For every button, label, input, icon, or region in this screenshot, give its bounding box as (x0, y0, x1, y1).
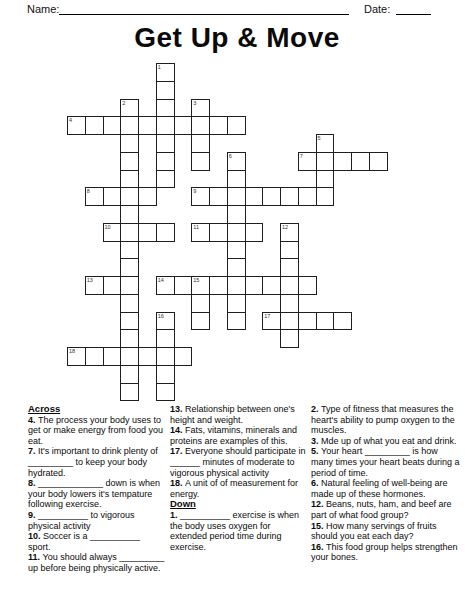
clue-down-12: 12. Beans, nuts, ham, and beef are part … (311, 499, 462, 520)
clue-text: Everyone should participate in ______ mi… (170, 446, 306, 477)
grid-cell-r11c3[interactable] (120, 258, 139, 277)
crossword-grid: 123456789101112131415161718 (67, 63, 388, 402)
grid-cell-r6c3[interactable] (120, 170, 139, 189)
clue-number: 2. (311, 404, 321, 414)
clue-across-17: 17. Everyone should participate in _____… (170, 446, 306, 478)
grid-cell-r14c12[interactable] (280, 312, 299, 331)
clue-text: A unit of of measurement for energy. (170, 478, 298, 499)
grid-cell-r16c4[interactable] (138, 347, 157, 366)
grid-cell-r5c14[interactable] (316, 152, 335, 171)
clue-across-11: 11. You should always _________ up befor… (28, 552, 165, 573)
grid-cell-r5c3[interactable] (120, 152, 139, 171)
grid-cell-r3c2[interactable] (103, 116, 122, 135)
name-label: Name: (27, 3, 59, 15)
clue-number: 10. (28, 531, 43, 541)
grid-cell-r11c9[interactable] (227, 258, 246, 277)
grid-cell-r7c9[interactable] (227, 187, 246, 206)
grid-cell-r5c15[interactable] (333, 152, 352, 171)
date-write-in-line[interactable] (396, 0, 431, 15)
grid-cell-r9c7[interactable]: 11 (191, 223, 210, 242)
grid-cell-r13c12[interactable] (280, 294, 299, 313)
grid-cell-r12c7[interactable]: 15 (191, 276, 210, 295)
clue-column-2: 13. Relationship between one's height an… (170, 404, 306, 552)
grid-cell-r14c13[interactable] (298, 312, 317, 331)
grid-cell-r7c3[interactable] (120, 187, 139, 206)
clue-down-6: 6. Natural feeling of well-being are mad… (311, 478, 462, 499)
clue-down-5: 5. Your heart _________ is how many time… (311, 446, 462, 478)
grid-cell-r7c12[interactable] (280, 187, 299, 206)
clue-across-4: 4. The process your body uses to get or … (28, 415, 165, 447)
grid-cell-r4c5[interactable] (156, 134, 175, 153)
clue-across-14: 14. Fats, vitamins, minerals and protein… (170, 425, 306, 446)
grid-cell-r7c8[interactable] (209, 187, 228, 206)
grid-cell-r5c16[interactable] (351, 152, 370, 171)
grid-cell-r5c17[interactable] (369, 152, 388, 171)
clue-text: Soccer is a __________ sport. (28, 531, 140, 552)
grid-cell-r4c7[interactable] (191, 134, 210, 153)
grid-cell-r3c9[interactable] (227, 116, 246, 135)
grid-cell-r7c11[interactable] (262, 187, 281, 206)
grid-cell-r5c5[interactable] (156, 152, 175, 171)
clue-number: 16. (311, 542, 326, 552)
cell-number-15: 15 (193, 277, 199, 283)
cell-number-9: 9 (193, 188, 196, 194)
grid-cell-r9c2[interactable]: 10 (103, 223, 122, 242)
name-write-in-line[interactable] (59, 0, 349, 15)
grid-cell-r14c11[interactable]: 17 (262, 312, 281, 331)
cell-number-3: 3 (193, 100, 196, 106)
cell-number-4: 4 (69, 117, 72, 123)
clue-text: Type of fitness that measures the heart'… (311, 404, 455, 435)
grid-cell-r17c3[interactable] (120, 365, 139, 384)
grid-cell-r11c12[interactable] (280, 258, 299, 277)
grid-cell-r14c14[interactable] (316, 312, 335, 331)
grid-cell-r12c11[interactable] (262, 276, 281, 295)
clue-text: __________ exercise is when the body use… (170, 510, 299, 552)
clue-text: Fats, vitamins, minerals and proteins ar… (170, 425, 297, 446)
grid-cell-r5c9[interactable]: 6 (227, 152, 246, 171)
grid-cell-r9c5[interactable] (156, 223, 175, 242)
clue-number: 8. (28, 478, 38, 488)
grid-cell-r3c6[interactable] (174, 116, 193, 135)
clue-across-13: 13. Relationship between one's height an… (170, 404, 306, 425)
down-header: Down (170, 499, 306, 510)
grid-cell-r18c3[interactable] (120, 383, 139, 402)
grid-cell-r10c12[interactable] (280, 241, 299, 260)
clue-text: The process your body uses to get or mak… (28, 415, 163, 446)
grid-cell-r14c5[interactable]: 16 (156, 312, 175, 331)
cell-number-14: 14 (158, 277, 164, 283)
grid-cell-r8c9[interactable] (227, 205, 246, 224)
clue-number: 11. (28, 552, 43, 562)
across-header: Across (28, 404, 165, 415)
cell-number-11: 11 (193, 224, 199, 230)
clue-number: 15. (311, 521, 326, 531)
cell-number-2: 2 (122, 100, 125, 106)
grid-cell-r12c10[interactable] (245, 276, 264, 295)
grid-cell-r6c14[interactable] (316, 170, 335, 189)
grid-cell-r2c3[interactable]: 2 (120, 99, 139, 118)
cell-number-5: 5 (318, 135, 321, 141)
cell-number-18: 18 (69, 348, 75, 354)
grid-cell-r12c3[interactable] (120, 276, 139, 295)
clue-text: How many servings of fruits should you e… (311, 521, 437, 542)
cell-number-12: 12 (282, 224, 288, 230)
grid-cell-r9c9[interactable] (227, 223, 246, 242)
grid-cell-r3c4[interactable] (138, 116, 157, 135)
puzzle-title: Get Up & Move (0, 22, 474, 54)
clue-number: 7. (28, 446, 38, 456)
grid-cell-r16c3[interactable] (120, 347, 139, 366)
grid-cell-r10c3[interactable] (120, 241, 139, 260)
grid-cell-r12c12[interactable] (280, 276, 299, 295)
grid-cell-r13c9[interactable] (227, 294, 246, 313)
grid-cell-r8c3[interactable] (120, 205, 139, 224)
clue-text: This food group helps strengthen your bo… (311, 542, 458, 563)
grid-cell-r9c8[interactable] (209, 223, 228, 242)
grid-cell-r16c2[interactable] (103, 347, 122, 366)
clue-across-18: 18. A unit of of measurement for energy. (170, 478, 306, 499)
grid-cell-r4c14[interactable]: 5 (316, 134, 335, 153)
cell-number-10: 10 (105, 224, 111, 230)
grid-cell-r13c7[interactable] (191, 294, 210, 313)
clue-down-1: 1. __________ exercise is when the body … (170, 510, 306, 552)
grid-cell-r3c3[interactable] (120, 116, 139, 135)
grid-cell-r16c6[interactable] (174, 347, 193, 366)
clue-column-3: 2. Type of fitness that measures the hea… (311, 404, 462, 563)
clue-across-9: 9. __________ to vigorous physical activ… (28, 510, 165, 531)
grid-cell-r15c12[interactable] (280, 329, 299, 348)
grid-cell-r14c3[interactable] (120, 312, 139, 331)
grid-cell-r4c3[interactable] (120, 134, 139, 153)
grid-cell-r2c7[interactable]: 3 (191, 99, 210, 118)
grid-cell-r7c4[interactable] (138, 187, 157, 206)
clue-down-16: 16. This food group helps strengthen you… (311, 542, 462, 563)
clue-column-1: Across4. The process your body uses to g… (28, 404, 165, 574)
clue-number: 6. (311, 478, 321, 488)
clue-down-2: 2. Type of fitness that measures the hea… (311, 404, 462, 436)
grid-cell-r9c4[interactable] (138, 223, 157, 242)
grid-cell-r15c5[interactable] (156, 329, 175, 348)
grid-cell-r16c0[interactable]: 18 (67, 347, 86, 366)
grid-cell-r7c1[interactable]: 8 (85, 187, 104, 206)
grid-cell-r7c2[interactable] (103, 187, 122, 206)
grid-cell-r3c8[interactable] (209, 116, 228, 135)
grid-cell-r14c9[interactable] (227, 312, 246, 331)
clue-text: Your heart _________ is how many times y… (311, 446, 460, 477)
grid-cell-r18c5[interactable] (156, 383, 175, 402)
grid-cell-r5c7[interactable] (191, 152, 210, 171)
clue-number: 4. (28, 415, 38, 425)
clue-number: 3. (311, 436, 321, 446)
clue-number: 18. (170, 478, 185, 488)
cell-number-13: 13 (87, 277, 93, 283)
grid-cell-r6c9[interactable] (227, 170, 246, 189)
cell-number-16: 16 (158, 313, 164, 319)
clue-number: 1. (170, 510, 180, 520)
grid-cell-r12c9[interactable] (227, 276, 246, 295)
grid-cell-r14c7[interactable] (191, 312, 210, 331)
grid-cell-r3c1[interactable] (85, 116, 104, 135)
cell-number-7: 7 (300, 153, 303, 159)
grid-cell-r0c5[interactable]: 1 (156, 63, 175, 82)
grid-cell-r12c6[interactable] (174, 276, 193, 295)
clue-across-7: 7. It's important to drink plenty of ___… (28, 446, 165, 478)
clue-down-15: 15. How many servings of fruits should y… (311, 521, 462, 542)
clue-text: Relationship between one's height and we… (170, 404, 295, 425)
clue-across-10: 10. Soccer is a __________ sport. (28, 531, 165, 552)
cell-number-8: 8 (87, 188, 90, 194)
grid-cell-r9c10[interactable] (245, 223, 264, 242)
grid-cell-r13c3[interactable] (120, 294, 139, 313)
clue-number: 13. (170, 404, 185, 414)
clue-text: __________ to vigorous physical activity (28, 510, 135, 531)
date-label: Date: (364, 3, 390, 15)
grid-cell-r3c0[interactable]: 4 (67, 116, 86, 135)
grid-cell-r7c13[interactable] (298, 187, 317, 206)
grid-cell-r5c13[interactable]: 7 (298, 152, 317, 171)
grid-cell-r3c7[interactable] (191, 116, 210, 135)
clue-number: 9. (28, 510, 38, 520)
grid-cell-r10c9[interactable] (227, 241, 246, 260)
cell-number-1: 1 (158, 64, 161, 70)
grid-cell-r14c15[interactable] (333, 312, 352, 331)
clue-down-3: 3. Mde up of what you eat and drink. (311, 436, 462, 447)
grid-cell-r16c5[interactable] (156, 347, 175, 366)
grid-cell-r7c10[interactable] (245, 187, 264, 206)
clue-across-8: 8. _____________ down is when your body … (28, 478, 165, 510)
grid-cell-r6c5[interactable] (156, 170, 175, 189)
clue-number: 12. (311, 499, 326, 509)
grid-cell-r16c1[interactable] (85, 347, 104, 366)
grid-cell-r12c13[interactable] (298, 276, 317, 295)
grid-cell-r9c3[interactable] (120, 223, 139, 242)
cell-number-17: 17 (264, 313, 270, 319)
grid-cell-r12c2[interactable] (103, 276, 122, 295)
grid-cell-r12c1[interactable]: 13 (85, 276, 104, 295)
clue-text: It's important to drink plenty of ______… (28, 446, 158, 477)
grid-cell-r2c5[interactable] (156, 99, 175, 118)
grid-cell-r7c14[interactable] (316, 187, 335, 206)
grid-cell-r3c5[interactable] (156, 116, 175, 135)
clue-text: _____________ down is when your body low… (28, 478, 160, 509)
grid-cell-r1c5[interactable] (156, 81, 175, 100)
clue-number: 17. (170, 446, 185, 456)
clue-number: 14. (170, 425, 185, 435)
clue-text: Natural feeling of well-being are made u… (311, 478, 448, 499)
grid-cell-r12c8[interactable] (209, 276, 228, 295)
grid-cell-r7c7[interactable]: 9 (191, 187, 210, 206)
clue-number: 5. (311, 446, 321, 456)
grid-cell-r9c12[interactable]: 12 (280, 223, 299, 242)
cell-number-6: 6 (229, 153, 232, 159)
grid-cell-r15c3[interactable] (120, 329, 139, 348)
clue-text: Beans, nuts, ham, and beef are part of w… (311, 499, 452, 520)
clue-text: Mde up of what you eat and drink. (321, 436, 457, 446)
grid-cell-r17c5[interactable] (156, 365, 175, 384)
grid-cell-r12c5[interactable]: 14 (156, 276, 175, 295)
clue-text: You should always _________ up before be… (28, 552, 164, 573)
